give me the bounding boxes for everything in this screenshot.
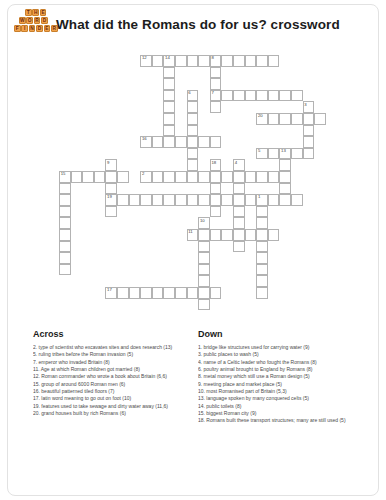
grid-cell[interactable] [163,78,175,90]
clue-item: 13. language spoken by many conquered ce… [198,395,376,402]
grid-cell[interactable] [187,194,199,206]
grid-cell[interactable] [291,113,303,125]
down-heading: Down [198,329,376,339]
logo-letter-tile: H [32,9,39,16]
clue-item: 16. beautiful patterned tiled floors (7) [33,388,191,395]
grid-cell[interactable] [210,229,222,241]
clue-item: 3. public places to wash (5) [198,351,376,358]
grid-cell[interactable] [221,171,233,183]
clue-item: 4. name of a Celtic leader who fought th… [198,359,376,366]
grid-cell[interactable] [198,299,210,311]
word-finder-logo: THE WORD FINDER [14,9,62,33]
grid-cell[interactable] [129,287,141,299]
across-heading: Across [33,329,191,339]
grid-cell[interactable] [256,229,268,241]
logo-letter-tile: D [41,17,48,24]
grid-cell[interactable] [210,136,222,148]
clue-number: 6 [188,91,190,95]
grid-cell[interactable] [233,206,245,218]
grid-cell[interactable] [303,113,315,125]
grid-cell[interactable] [117,287,129,299]
page-title: What did the Romans do for us? crossword [56,17,340,32]
grid-cell[interactable] [303,148,315,160]
grid-cell[interactable] [268,194,280,206]
across-clues-section: Across 2. type of scientist who excavate… [33,329,191,417]
clue-item: 17. latin word meaning to go out on foot… [33,395,191,402]
grid-cell[interactable] [163,171,175,183]
grid-cell[interactable] [117,194,129,206]
logo-letter-tile: E [44,25,51,32]
grid-cell[interactable] [152,194,164,206]
grid-cell[interactable] [268,171,280,183]
grid-cell[interactable] [314,113,326,125]
grid-cell[interactable] [245,229,257,241]
grid-cell[interactable] [291,90,303,102]
grid-cell[interactable] [198,55,210,67]
grid-cell[interactable] [210,287,222,299]
grid-cell[interactable] [59,183,71,195]
grid-cell[interactable] [187,287,199,299]
grid-cell[interactable] [233,229,245,241]
grid-cell[interactable] [187,125,199,137]
grid-cell[interactable] [221,229,233,241]
grid-cell[interactable] [245,55,257,67]
clue-number: 19 [107,195,112,199]
clue-number: 13 [281,149,286,153]
grid-cell[interactable] [268,229,280,241]
grid-cell[interactable]: 18 [210,159,222,171]
grid-cell[interactable] [198,136,210,148]
grid-cell[interactable]: 19 [105,194,117,206]
grid-cell[interactable]: 8 [210,55,222,67]
grid-cell[interactable] [279,194,291,206]
grid-cell[interactable] [198,287,210,299]
logo-letter-tile: E [40,9,47,16]
across-clue-list: 2. type of scientist who excavates sites… [33,344,191,417]
grid-cell[interactable] [129,194,141,206]
down-clues-section: Down 1. bridge like structures used for … [198,329,376,425]
grid-cell[interactable] [59,217,71,229]
grid-cell[interactable] [198,171,210,183]
grid-cell[interactable] [221,90,233,102]
grid-cell[interactable] [256,252,268,264]
grid-cell[interactable]: 20 [256,113,268,125]
grid-cell[interactable] [210,183,222,195]
grid-cell[interactable] [152,55,164,67]
grid-cell[interactable] [268,113,280,125]
logo-letter-tile: D [36,25,43,32]
clue-item: 15. group of around 6000 Roman men (6) [33,381,191,388]
clue-number: 12 [142,56,147,60]
clue-item: 5. ruling tribes before the Roman invasi… [33,351,191,358]
grid-cell[interactable] [187,159,199,171]
grid-cell[interactable] [256,264,268,276]
clue-item: 20. grand houses built by rich Romans (6… [33,410,191,417]
clue-number: 2 [142,172,144,176]
grid-cell[interactable] [268,55,280,67]
grid-cell[interactable] [59,264,71,276]
grid-cell[interactable] [163,194,175,206]
grid-cell[interactable] [163,287,175,299]
grid-cell[interactable] [268,148,280,160]
grid-cell[interactable] [82,171,94,183]
clue-number: 18 [211,161,216,165]
clue-number: 15 [61,172,66,176]
clue-number: 11 [188,230,192,234]
grid-cell[interactable]: 17 [105,287,117,299]
logo-letter-tile: I [21,25,28,32]
grid-cell[interactable] [163,67,175,79]
logo-letter-tile: F [14,25,21,32]
grid-cell[interactable] [198,252,210,264]
clue-number: 4 [235,161,237,165]
clue-item: 11. Age at which Roman children got marr… [33,366,191,373]
grid-cell[interactable]: 15 [59,171,71,183]
clue-item: 1. bridge like structures used for carry… [198,344,376,351]
grid-cell[interactable] [140,287,152,299]
grid-cell[interactable] [279,90,291,102]
clue-item: 9. meeting place and market place (5) [198,381,376,388]
grid-cell[interactable] [163,113,175,125]
grid-cell[interactable] [210,67,222,79]
grid-cell[interactable]: 6 [187,90,199,102]
grid-cell[interactable]: 1 [256,194,268,206]
grid-cell[interactable] [245,171,257,183]
grid-cell[interactable] [198,264,210,276]
grid-cell[interactable]: 13 [279,148,291,160]
grid-cell[interactable] [256,55,268,67]
grid-cell[interactable] [233,171,245,183]
grid-cell[interactable] [210,78,222,90]
clue-item: 10. most Romanised part of Britain (5,3) [198,388,376,395]
grid-cell[interactable] [210,171,222,183]
grid-cell[interactable] [303,125,315,137]
grid-cell[interactable] [221,55,233,67]
clue-number: 10 [200,219,205,223]
grid-cell[interactable]: 12 [140,55,152,67]
grid-cell[interactable] [233,217,245,229]
grid-cell[interactable] [245,194,257,206]
grid-cell[interactable] [117,171,129,183]
grid-cell[interactable] [198,241,210,253]
grid-cell[interactable] [198,275,210,287]
clue-item: 6. poultry animal brought to England by … [198,366,376,373]
clue-number: 9 [107,161,109,165]
grid-cell[interactable] [175,171,187,183]
grid-cell[interactable] [163,101,175,113]
grid-cell[interactable] [152,171,164,183]
clue-item: 15. biggest Roman city (9) [198,410,376,417]
logo-row-finder: FINDER [14,25,62,32]
clue-number: 3 [304,103,306,107]
grid-cell[interactable]: 11 [187,229,199,241]
grid-cell[interactable] [291,148,303,160]
grid-cell[interactable] [163,90,175,102]
logo-letter-tile: T [25,9,32,16]
grid-cell[interactable] [233,90,245,102]
grid-cell[interactable] [163,125,175,137]
grid-cell[interactable] [279,171,291,183]
grid-cell[interactable] [59,206,71,218]
grid-cell[interactable] [210,194,222,206]
grid-cell[interactable] [140,194,152,206]
clue-item: 19. features used to take sewage and dir… [33,403,191,410]
grid-cell[interactable] [256,90,268,102]
clue-number: 8 [211,56,213,60]
clue-number: 7 [211,91,213,95]
grid-cell[interactable] [175,136,187,148]
grid-cell[interactable]: 7 [210,90,222,102]
clue-item: 2. type of scientist who excavates sites… [33,344,191,351]
grid-cell[interactable] [256,275,268,287]
grid-cell[interactable] [152,136,164,148]
grid-cell[interactable]: 9 [105,159,117,171]
logo-letter-tile: N [29,25,36,32]
grid-cell[interactable] [59,194,71,206]
grid-cell[interactable] [59,229,71,241]
logo-row-the: THE [25,9,62,16]
logo-letter-tile: W [19,17,26,24]
logo-letter-tile: O [26,17,33,24]
grid-cell[interactable] [198,194,210,206]
logo-letter-tile: R [34,17,41,24]
grid-cell[interactable] [175,55,187,67]
grid-cell[interactable] [210,101,222,113]
clue-number: 14 [165,56,170,60]
grid-cell[interactable] [233,55,245,67]
grid-cell[interactable] [279,183,291,195]
clue-item: 18. Romans built these transport structu… [198,417,376,424]
clue-number: 17 [107,288,112,292]
clue-number: 5 [258,149,260,153]
clue-number: 16 [142,137,147,141]
grid-cell[interactable] [187,136,199,148]
clue-number: 20 [258,114,263,118]
grid-cell[interactable] [233,183,245,195]
grid-cell[interactable] [198,229,210,241]
grid-cell[interactable] [175,287,187,299]
grid-cell[interactable] [175,194,187,206]
grid-cell[interactable] [94,171,106,183]
grid-cell[interactable] [256,206,268,218]
grid-cell[interactable] [245,90,257,102]
grid-cell[interactable] [105,183,117,195]
grid-cell[interactable]: 2 [140,171,152,183]
grid-cell[interactable]: 3 [303,101,315,113]
grid-cell[interactable] [256,241,268,253]
grid-cell[interactable] [59,252,71,264]
grid-cell[interactable]: 16 [140,136,152,148]
clue-item: 12. Roman commander who wrote a book abo… [33,373,191,380]
grid-cell[interactable] [187,113,199,125]
grid-cell[interactable] [187,55,199,67]
down-clue-list: 1. bridge like structures used for carry… [198,344,376,425]
grid-cell[interactable] [256,217,268,229]
grid-cell[interactable] [256,287,268,299]
grid-cell[interactable] [59,241,71,253]
grid-cell[interactable] [187,171,199,183]
grid-cell[interactable] [210,206,222,218]
grid-cell[interactable] [105,171,117,183]
grid-cell[interactable]: 5 [256,148,268,160]
clue-number: 1 [258,195,260,199]
grid-cell[interactable] [187,148,199,160]
grid-cell[interactable]: 14 [163,55,175,67]
crossword-grid: 1214867320165139184152191101117 [59,55,326,311]
grid-cell[interactable] [291,194,303,206]
grid-cell[interactable] [256,171,268,183]
grid-cell[interactable] [279,159,291,171]
grid-cell[interactable] [233,194,245,206]
grid-cell[interactable] [71,171,83,183]
grid-cell[interactable] [105,206,117,218]
grid-cell[interactable] [221,194,233,206]
grid-cell[interactable] [279,113,291,125]
grid-cell[interactable] [303,136,315,148]
grid-cell[interactable] [163,136,175,148]
grid-cell[interactable] [187,101,199,113]
clue-item: 8. metal money which still use a Roman d… [198,373,376,380]
grid-cell[interactable]: 4 [233,159,245,171]
clue-item: 14. public toilets (8) [198,403,376,410]
grid-cell[interactable] [268,90,280,102]
grid-cell[interactable] [233,241,245,253]
grid-cell[interactable]: 10 [198,217,210,229]
grid-cell[interactable] [152,287,164,299]
clue-item: 7. emperor who invaded Britain (8) [33,359,191,366]
